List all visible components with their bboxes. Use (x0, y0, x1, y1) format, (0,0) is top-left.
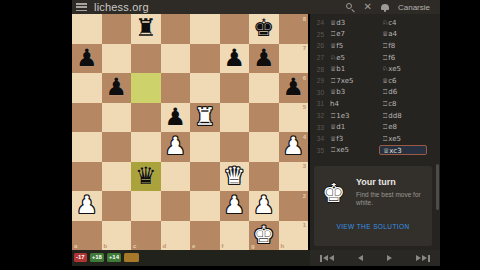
square-e7[interactable] (190, 44, 220, 74)
move-row: 24♕d3♘c4 (310, 17, 436, 29)
move-black[interactable]: ♘c4 (379, 18, 427, 28)
black-pawn-g7[interactable]: ♟ (249, 44, 279, 74)
square-c8[interactable]: ♜ (131, 14, 161, 44)
rating-chip-win[interactable]: +18 (90, 253, 104, 262)
square-h1[interactable]: 1h (279, 221, 309, 251)
file-label-b: b (104, 243, 108, 249)
square-f2[interactable]: ♟ (220, 191, 250, 221)
square-c7[interactable] (131, 44, 161, 74)
square-c2[interactable] (131, 191, 161, 221)
move-white[interactable]: ♖1e3 (327, 111, 379, 121)
square-f7[interactable]: ♟ (220, 44, 250, 74)
square-c4[interactable] (131, 132, 161, 162)
username[interactable]: Canarsie (398, 3, 430, 12)
rank-label-5: 5 (303, 104, 306, 110)
move-row: 35♖xe5♕xc3 (310, 145, 436, 157)
move-black[interactable]: ♖d6 (379, 87, 427, 97)
square-h3[interactable]: 3 (279, 162, 309, 192)
move-row: 31h4♖c8 (310, 98, 436, 110)
move-number: 29 (310, 77, 327, 84)
square-e3[interactable] (190, 162, 220, 192)
white-pawn-g2[interactable]: ♟ (249, 191, 279, 221)
black-pawn-f7[interactable]: ♟ (220, 44, 250, 74)
move-number: 26 (310, 42, 327, 49)
move-black[interactable]: ♖f8 (379, 41, 427, 51)
black-rook-c8[interactable]: ♜ (131, 14, 161, 44)
square-a4[interactable] (72, 132, 102, 162)
rank-label-7: 7 (303, 45, 306, 51)
move-black[interactable]: ♖dd8 (379, 111, 427, 121)
move-row: 29♖7xe5♕c6 (310, 75, 436, 87)
move-white[interactable]: ♕f3 (327, 134, 379, 144)
puzzle-title: Your turn (356, 177, 396, 187)
move-white[interactable]: h4 (327, 99, 379, 109)
square-g4[interactable] (249, 132, 279, 162)
square-d1[interactable]: d (161, 221, 191, 251)
move-white[interactable]: ♘e5 (327, 53, 379, 63)
rank-label-3: 3 (303, 163, 306, 169)
move-white[interactable]: ♕d1 (327, 122, 379, 132)
rank-label-6: 6 (303, 75, 306, 81)
move-black[interactable]: ♕a4 (379, 29, 427, 39)
move-row: 32♖1e3♖dd8 (310, 110, 436, 122)
rating-chip-pending[interactable] (124, 253, 139, 262)
square-g6[interactable] (249, 73, 279, 103)
move-number: 30 (310, 89, 327, 96)
move-number: 34 (310, 135, 327, 142)
square-c6[interactable] (131, 73, 161, 103)
square-h2[interactable]: 2 (279, 191, 309, 221)
file-label-a: a (74, 243, 77, 249)
square-b1[interactable]: b (102, 221, 132, 251)
move-number: 33 (310, 124, 327, 131)
move-number: 35 (310, 147, 327, 154)
file-label-g: g (251, 243, 255, 249)
side-panel: 24♕d3♘c425♖e7♕a426♕f5♖f827♘e5♖f628♕b1♘xe… (310, 14, 440, 250)
square-d6[interactable] (161, 73, 191, 103)
square-f5[interactable] (220, 103, 250, 133)
hamburger-icon[interactable] (76, 3, 87, 11)
move-black[interactable]: ♖c8 (379, 99, 427, 109)
square-g8[interactable]: ♚ (249, 14, 279, 44)
bell-icon[interactable] (381, 3, 389, 12)
move-black[interactable]: ♘xe5 (379, 64, 427, 74)
rank-label-1: 1 (303, 222, 306, 228)
square-e5[interactable]: ♜ (190, 103, 220, 133)
rank-label-2: 2 (303, 193, 306, 199)
rating-chip-win[interactable]: +14 (107, 253, 121, 262)
square-b5[interactable] (102, 103, 132, 133)
square-d3[interactable] (161, 162, 191, 192)
square-e1[interactable]: e (190, 221, 220, 251)
black-pawn-d5[interactable]: ♟ (161, 103, 191, 133)
move-row: 28♕b1♘xe5 (310, 63, 436, 75)
square-b3[interactable] (102, 162, 132, 192)
white-pawn-f2[interactable]: ♟ (220, 191, 250, 221)
move-row: 27♘e5♖f6 (310, 52, 436, 64)
skip-to-start-button[interactable] (320, 253, 334, 263)
square-d4[interactable]: ♟ (161, 132, 191, 162)
rank-label-8: 8 (303, 16, 306, 22)
close-icon[interactable]: ✕ (364, 2, 372, 12)
playback-controls (310, 250, 440, 266)
square-b7[interactable] (102, 44, 132, 74)
skip-to-end-button[interactable] (416, 253, 430, 263)
rating-chip-loss[interactable]: -17 (74, 253, 87, 262)
square-a6[interactable] (72, 73, 102, 103)
white-rook-e5[interactable]: ♜ (190, 103, 220, 133)
move-number: 31 (310, 100, 327, 107)
search-icon[interactable] (346, 3, 355, 12)
file-label-d: d (163, 243, 167, 249)
move-black[interactable]: ♖e8 (379, 122, 427, 132)
white-pawn-d4[interactable]: ♟ (161, 132, 191, 162)
top-bar-right: ✕ Canarsie (346, 2, 440, 12)
square-h7[interactable]: 7 (279, 44, 309, 74)
square-f6[interactable] (220, 73, 250, 103)
square-d2[interactable] (161, 191, 191, 221)
file-label-f: f (222, 243, 224, 249)
square-f3[interactable]: ♛ (220, 162, 250, 192)
square-b8[interactable] (102, 14, 132, 44)
move-black[interactable]: ♖f6 (379, 53, 427, 63)
move-row: 34♕f3♖xe5 (310, 133, 436, 145)
site-logo[interactable]: lichess.org (94, 0, 149, 14)
file-label-e: e (192, 243, 195, 249)
square-g7[interactable]: ♟ (249, 44, 279, 74)
file-label-c: c (133, 243, 136, 249)
move-number: 27 (310, 54, 327, 61)
step-forward-button[interactable] (387, 253, 392, 263)
square-c3[interactable]: ♛ (131, 162, 161, 192)
move-black-current[interactable]: ♕xc3 (379, 145, 427, 155)
square-f1[interactable]: f (220, 221, 250, 251)
white-king-icon: ♚ (322, 178, 345, 208)
black-pawn-b6[interactable]: ♟ (102, 73, 132, 103)
square-e2[interactable] (190, 191, 220, 221)
move-row: 26♕f5♖f8 (310, 40, 436, 52)
puzzle-history-strip: -17+18+14 (72, 250, 310, 266)
move-row: 33♕d1♖e8 (310, 121, 436, 133)
square-h5[interactable]: 5 (279, 103, 309, 133)
square-h6[interactable]: ♟6 (279, 73, 309, 103)
square-c1[interactable]: c (131, 221, 161, 251)
move-white[interactable]: ♖7xe5 (327, 76, 379, 86)
square-h4[interactable]: ♟4 (279, 132, 309, 162)
square-b4[interactable] (102, 132, 132, 162)
square-b6[interactable]: ♟ (102, 73, 132, 103)
square-e8[interactable] (190, 14, 220, 44)
square-a3[interactable] (72, 162, 102, 192)
square-g5[interactable] (249, 103, 279, 133)
square-a2[interactable]: ♟ (72, 191, 102, 221)
puzzle-subtitle: Find the best move for white. (356, 191, 424, 207)
square-d7[interactable] (161, 44, 191, 74)
move-white[interactable]: ♕d3 (327, 18, 379, 28)
square-g3[interactable] (249, 162, 279, 192)
white-pawn-a2[interactable]: ♟ (72, 191, 102, 221)
black-pawn-a7[interactable]: ♟ (72, 44, 102, 74)
scrollbar-thumb[interactable] (436, 164, 439, 210)
black-queen-c3[interactable]: ♛ (131, 162, 161, 192)
move-number: 28 (310, 66, 327, 73)
rank-label-4: 4 (303, 134, 306, 140)
square-e6[interactable] (190, 73, 220, 103)
your-turn-box: ♚ Your turn Find the best move for white… (314, 166, 432, 246)
square-f8[interactable] (220, 14, 250, 44)
move-white[interactable]: ♕b3 (327, 87, 379, 97)
square-g1[interactable]: ♚g (249, 221, 279, 251)
move-number: 24 (310, 19, 327, 26)
square-d5[interactable]: ♟ (161, 103, 191, 133)
white-queen-f3[interactable]: ♛ (220, 162, 250, 192)
move-black[interactable]: ♖xe5 (379, 134, 427, 144)
square-e4[interactable] (190, 132, 220, 162)
move-white[interactable]: ♕b1 (327, 64, 379, 74)
step-back-button[interactable] (358, 253, 363, 263)
square-h8[interactable]: 8 (279, 14, 309, 44)
chess-board[interactable]: ♜♚8♟♟♟7♟♟6♟♜5♟♟4♛♛3♟♟♟2abcdef♚g1h (72, 14, 308, 250)
square-a1[interactable]: a (72, 221, 102, 251)
move-row: 25♖e7♕a4 (310, 29, 436, 41)
move-row: 30♕b3♖d6 (310, 87, 436, 99)
move-number: 25 (310, 31, 327, 38)
square-a8[interactable] (72, 14, 102, 44)
view-solution-link[interactable]: VIEW THE SOLUTION (314, 223, 432, 230)
move-white[interactable]: ♖xe5 (327, 145, 379, 155)
top-bar: lichess.org ✕ Canarsie (72, 0, 440, 14)
page: lichess.org ✕ Canarsie ♜♚8♟♟♟7♟♟6♟♜5♟♟4♛… (0, 0, 480, 270)
move-white[interactable]: ♕f5 (327, 41, 379, 51)
square-a5[interactable] (72, 103, 102, 133)
square-b2[interactable] (102, 191, 132, 221)
square-g2[interactable]: ♟ (249, 191, 279, 221)
black-king-g8[interactable]: ♚ (249, 14, 279, 44)
square-f4[interactable] (220, 132, 250, 162)
move-list: 24♕d3♘c425♖e7♕a426♕f5♖f827♘e5♖f628♕b1♘xe… (310, 17, 436, 156)
move-white[interactable]: ♖e7 (327, 29, 379, 39)
square-a7[interactable]: ♟ (72, 44, 102, 74)
square-d8[interactable] (161, 14, 191, 44)
square-c5[interactable] (131, 103, 161, 133)
move-number: 32 (310, 112, 327, 119)
file-label-h: h (281, 243, 285, 249)
move-black[interactable]: ♕c6 (379, 76, 427, 86)
